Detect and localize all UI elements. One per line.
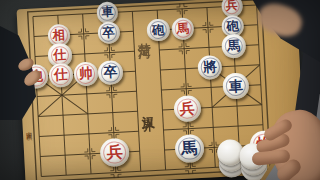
piece-black-horse[interactable]: 馬 [222,34,246,58]
photo-stage: 楚河 汉界 中国象棋 相仕炮仕帅馬兵兵兵炮車卒砲卒將馬砲車馬 [0,0,320,180]
board-brand-text: 中国象棋 [24,127,33,131]
